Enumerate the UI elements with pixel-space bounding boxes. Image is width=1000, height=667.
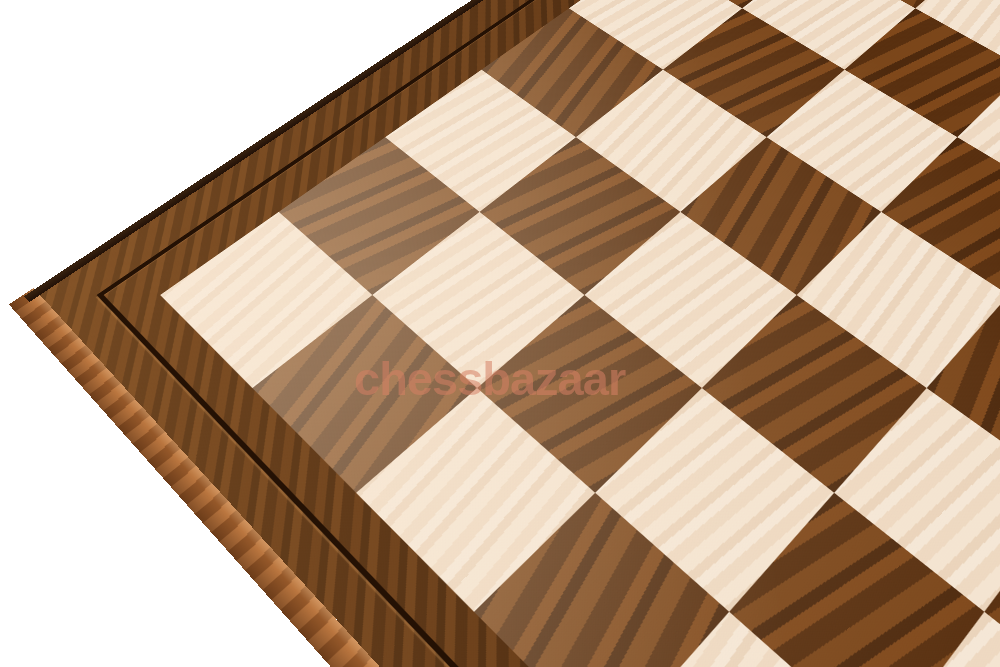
board-frame	[40, 0, 1000, 667]
chess-board	[40, 0, 1000, 667]
product-photo-scene: chessbazaar	[0, 0, 1000, 667]
